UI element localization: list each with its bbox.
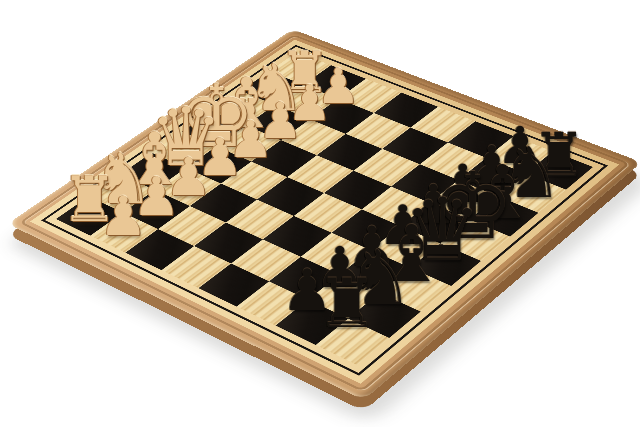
pieces-layer: ♜♞♝♛♚♝♞♜♟♟♟♟♟♟♟♟♟♟♟♟♟♟♟♟♜♞♝♛♚♝♞♜ bbox=[0, 0, 640, 427]
piece-white-pawn-a2[interactable]: ♟ bbox=[99, 190, 148, 244]
piece-black-rook-a8[interactable]: ♜ bbox=[317, 270, 378, 338]
chess-set-photo: ♜♞♝♛♚♝♞♜♟♟♟♟♟♟♟♟♟♟♟♟♟♟♟♟♜♞♝♛♚♝♞♜ bbox=[0, 0, 640, 427]
